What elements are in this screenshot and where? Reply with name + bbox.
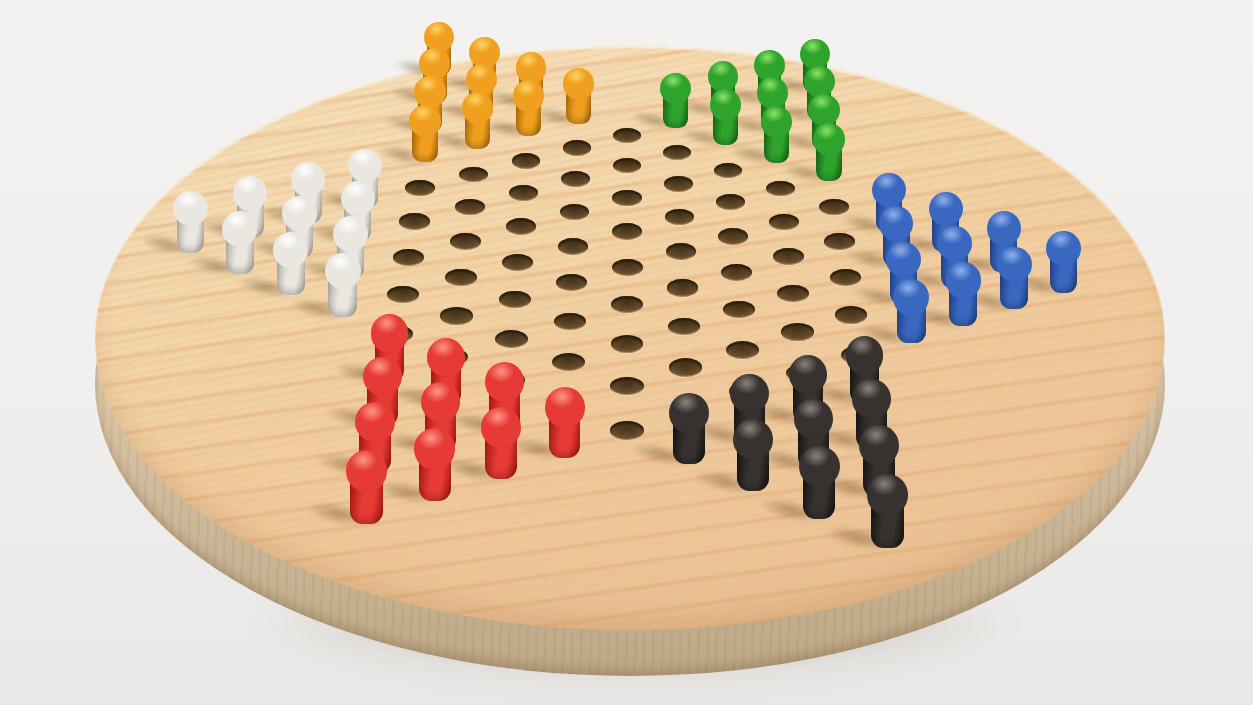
board-hole[interactable] — [556, 274, 587, 291]
board-hole[interactable] — [612, 190, 641, 206]
peg-head — [879, 206, 913, 241]
peg-head — [859, 425, 899, 466]
peg-head — [419, 48, 450, 79]
peg-head — [513, 80, 544, 112]
board-hole[interactable] — [777, 285, 808, 302]
peg-head — [371, 314, 409, 352]
peg-black[interactable] — [865, 474, 909, 548]
board-hole[interactable] — [405, 180, 434, 196]
board-hole[interactable] — [612, 223, 642, 240]
board-hole[interactable] — [613, 158, 642, 174]
peg-head — [794, 399, 834, 439]
peg-head — [346, 450, 388, 492]
board-hole[interactable] — [781, 323, 813, 341]
board-hole[interactable] — [819, 199, 848, 215]
board-hole[interactable] — [721, 264, 752, 281]
board-hole[interactable] — [612, 259, 643, 276]
peg-head — [929, 192, 963, 226]
peg-head — [1046, 231, 1081, 266]
peg-red[interactable] — [345, 450, 389, 524]
board-hole[interactable] — [773, 248, 804, 265]
peg-white[interactable] — [272, 232, 310, 296]
peg-black[interactable] — [798, 446, 842, 519]
scene — [0, 0, 1253, 705]
peg-head — [348, 149, 381, 183]
board-hole[interactable] — [613, 128, 641, 143]
peg-yellow[interactable] — [562, 68, 595, 123]
peg-head — [669, 393, 709, 433]
board-hole[interactable] — [718, 228, 748, 245]
board-hole[interactable] — [455, 199, 485, 215]
board-hole[interactable] — [726, 341, 759, 359]
peg-green[interactable] — [760, 106, 794, 163]
board-hole[interactable] — [668, 318, 700, 336]
board-hole[interactable] — [610, 377, 644, 396]
board-hole[interactable] — [512, 153, 541, 169]
board-hole[interactable] — [611, 296, 643, 314]
peg-red[interactable] — [480, 407, 523, 479]
peg-blue[interactable] — [1045, 231, 1082, 293]
peg-head — [341, 181, 375, 216]
peg-head — [222, 211, 257, 247]
board-hole[interactable] — [663, 145, 691, 161]
peg-head — [427, 338, 465, 377]
board-hole[interactable] — [667, 279, 698, 296]
board-hole[interactable] — [495, 330, 528, 348]
peg-head — [893, 279, 929, 316]
peg-head — [282, 196, 317, 231]
peg-white[interactable] — [172, 191, 209, 253]
peg-green[interactable] — [709, 89, 742, 145]
peg-head — [291, 162, 325, 196]
board-hole[interactable] — [509, 185, 538, 201]
peg-head — [867, 474, 909, 516]
peg-head — [886, 242, 921, 278]
peg-blue[interactable] — [944, 262, 982, 326]
peg-head — [414, 428, 455, 469]
peg-head — [273, 232, 309, 268]
board-hole[interactable] — [558, 238, 589, 255]
board-hole[interactable] — [610, 421, 645, 440]
board-hole[interactable] — [669, 358, 702, 376]
peg-head — [846, 336, 884, 374]
board-hole[interactable] — [766, 181, 795, 197]
peg-white[interactable] — [221, 211, 259, 274]
board-hole[interactable] — [824, 233, 854, 250]
peg-head — [563, 68, 594, 100]
peg-head — [516, 52, 547, 83]
peg-green[interactable] — [812, 123, 846, 180]
peg-head — [485, 362, 524, 402]
peg-blue[interactable] — [995, 247, 1033, 310]
peg-head — [937, 226, 972, 261]
board-hole[interactable] — [714, 163, 743, 179]
peg-head — [804, 66, 835, 97]
peg-head — [481, 407, 521, 448]
peg-black[interactable] — [732, 419, 775, 491]
peg-yellow[interactable] — [408, 105, 442, 162]
board-hole[interactable] — [450, 233, 481, 250]
peg-head — [325, 253, 361, 290]
peg-head — [997, 247, 1032, 283]
board-hole[interactable] — [835, 306, 867, 324]
peg-head — [757, 77, 788, 109]
board-hole[interactable] — [554, 313, 586, 331]
peg-head — [363, 357, 402, 397]
board-hole[interactable] — [506, 218, 536, 235]
peg-red[interactable] — [544, 387, 586, 458]
peg-head — [987, 211, 1021, 246]
peg-white[interactable] — [323, 253, 362, 318]
board-hole[interactable] — [459, 167, 488, 183]
peg-head — [808, 94, 839, 126]
peg-blue[interactable] — [892, 279, 931, 344]
board-cells — [0, 0, 1253, 705]
peg-head — [333, 216, 368, 252]
board-hole[interactable] — [393, 249, 424, 266]
peg-head — [946, 262, 982, 298]
peg-green[interactable] — [659, 73, 692, 128]
peg-head — [733, 419, 773, 460]
peg-head — [173, 191, 208, 226]
board-hole[interactable] — [387, 286, 419, 304]
board-hole[interactable] — [716, 194, 745, 210]
board-hole[interactable] — [440, 307, 472, 325]
peg-head — [421, 382, 461, 422]
peg-yellow[interactable] — [512, 80, 545, 136]
board-hole[interactable] — [769, 214, 799, 230]
board-hole[interactable] — [664, 176, 693, 192]
peg-head — [789, 355, 827, 394]
peg-head — [872, 173, 905, 207]
peg-black[interactable] — [668, 393, 710, 464]
peg-head — [754, 50, 784, 81]
board-hole[interactable] — [499, 291, 531, 309]
peg-head — [414, 76, 445, 108]
peg-head — [710, 89, 741, 121]
peg-head — [466, 64, 497, 96]
peg-head — [355, 402, 395, 443]
peg-yellow[interactable] — [461, 92, 495, 149]
board-hole[interactable] — [563, 140, 591, 156]
board-hole[interactable] — [611, 335, 644, 353]
board-hole[interactable] — [723, 301, 755, 319]
peg-head — [545, 387, 585, 427]
board-hole[interactable] — [552, 353, 585, 371]
board-hole[interactable] — [830, 269, 861, 286]
board-hole[interactable] — [666, 243, 697, 260]
board-hole[interactable] — [445, 269, 476, 286]
peg-head — [813, 123, 845, 156]
peg-head — [799, 446, 840, 487]
peg-red[interactable] — [413, 428, 457, 501]
board-hole[interactable] — [561, 171, 590, 187]
board-hole[interactable] — [560, 204, 590, 220]
board-hole[interactable] — [399, 213, 429, 230]
board-hole[interactable] — [502, 254, 533, 271]
peg-head — [730, 374, 769, 414]
board-hole[interactable] — [665, 209, 695, 225]
peg-head — [852, 379, 891, 419]
